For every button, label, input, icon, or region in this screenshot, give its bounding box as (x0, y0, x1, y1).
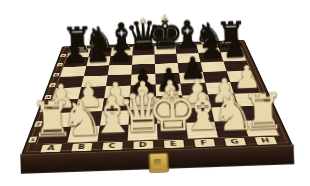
brass-latch (148, 152, 169, 173)
square-b7: ♟ (86, 56, 110, 66)
square-h1: ♜ (243, 120, 278, 137)
black-pawn: ♟ (107, 37, 133, 65)
file-label-e: E (163, 140, 183, 148)
file-label-h: H (254, 137, 276, 145)
board-frame: ♜♞♝♛▲♚+♝♞♜♟♟♟♟♟♟♟♟♟♟♟♟♟♟♟♟♜♞♝♛♚♝♞♜ ABCDE… (21, 40, 293, 154)
black-pawn: ♟ (85, 38, 111, 66)
black-pawn: ♟ (62, 39, 88, 67)
queen-crown-finial: ▲ (140, 17, 146, 24)
chess-board: ♜♞♝♛▲♚+♝♞♜♟♟♟♟♟♟♟♟♟♟♟♟♟♟♟♟♜♞♝♛♚♝♞♜ ABCDE… (21, 40, 293, 154)
board-grid: ♜♞♝♛▲♚+♝♞♜♟♟♟♟♟♟♟♟♟♟♟♟♟♟♟♟♜♞♝♛♚♝♞♜ (37, 43, 278, 143)
king-cross-finial: + (160, 14, 168, 24)
file-label-a: A (40, 144, 62, 152)
black-pawn: ♟ (222, 33, 248, 61)
white-rook: ♜ (240, 87, 285, 137)
chess-set-photo: ♜♞♝♛▲♚+♝♞♜♟♟♟♟♟♟♟♟♟♟♟♟♟♟♟♟♜♞♝♛♚♝♞♜ ABCDE… (0, 0, 310, 186)
file-label-f: F (194, 139, 215, 147)
file-label-c: C (102, 142, 122, 150)
file-label-b: B (71, 143, 92, 151)
file-label-g: G (224, 138, 246, 146)
file-label-d: D (133, 141, 153, 149)
